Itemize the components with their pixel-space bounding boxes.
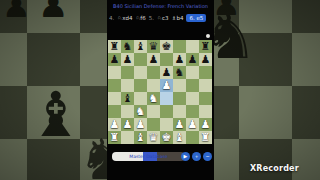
square-d3[interactable] [147,105,160,118]
white-pawn: ♟ [186,118,199,131]
square-b1[interactable] [121,131,134,144]
square-f7[interactable]: ♟ [173,53,186,66]
play-button[interactable]: ▶ [181,152,190,161]
square-a7[interactable]: ♟ [108,53,121,66]
square-a3[interactable] [108,105,121,118]
white-king: ♚ [160,131,173,144]
move-token[interactable]: ♗b4 [172,15,184,21]
square-a6[interactable] [108,66,121,79]
square-d6[interactable] [147,66,160,79]
square-d5[interactable] [147,79,160,92]
black-rook: ♜ [108,40,121,53]
square-g7[interactable]: ♟ [186,53,199,66]
square-e2[interactable] [160,118,173,131]
black-pawn: ♟ [199,53,212,66]
square-h5[interactable] [199,79,212,92]
move-list: 4.♘xd4♘f65.♘c3♗b46. e5 [109,13,212,23]
square-c5[interactable] [134,79,147,92]
move-number: 4. [109,15,114,21]
add-button[interactable]: ＋ [192,152,201,161]
playback-controls: ▶＋− [181,152,212,161]
board-menu-dot-icon[interactable] [206,34,210,38]
square-d1[interactable]: ♛ [147,131,160,144]
square-d8[interactable]: ♛ [147,40,160,53]
square-a8[interactable]: ♜ [108,40,121,53]
square-f2[interactable]: ♟ [173,118,186,131]
square-e3[interactable] [160,105,173,118]
white-queen: ♛ [147,131,160,144]
square-f3[interactable] [173,105,186,118]
square-c8[interactable]: ♝ [134,40,147,53]
square-h3[interactable] [199,105,212,118]
square-e5[interactable]: ♟ [160,79,173,92]
square-g6[interactable] [186,66,199,79]
square-d4[interactable]: ♞ [147,92,160,105]
screen-recording: ♟♟♝♞♞♟ B40 Sicilian Defense: French Vari… [0,0,320,180]
current-move-chip[interactable]: 6. e5 [186,14,206,22]
square-f8[interactable] [173,40,186,53]
move-token[interactable]: ♘c3 [157,15,168,21]
white-pawn: ♟ [108,118,121,131]
square-f5[interactable] [173,79,186,92]
white-knight: ♞ [147,92,160,105]
white-knight: ♞ [134,105,147,118]
black-rook: ♜ [199,40,212,53]
move-token[interactable]: ♘xd4 [117,15,132,21]
square-c4[interactable] [134,92,147,105]
black-bishop: ♝ [134,40,147,53]
white-bishop: ♝ [134,131,147,144]
white-pawn: ♟ [160,79,173,92]
square-c6[interactable] [134,66,147,79]
recorder-watermark: XRecorder [250,164,299,173]
square-b8[interactable]: ♞ [121,40,134,53]
remove-button[interactable]: − [203,152,212,161]
black-pawn: ♟ [108,53,121,66]
square-h6[interactable] [199,66,212,79]
square-a4[interactable] [108,92,121,105]
black-pawn: ♟ [186,53,199,66]
white-pawn: ♟ [134,118,147,131]
black-queen: ♛ [147,40,160,53]
square-g5[interactable] [186,79,199,92]
chess-board: ♜♞♝♛♚♜♟♟♟♟♟♟♟♞♟♝♞♞♟♟♟♟♟♟♜♝♛♚♝♜ [108,40,212,144]
square-e6[interactable]: ♟ [160,66,173,79]
square-g4[interactable] [186,92,199,105]
square-c2[interactable]: ♟ [134,118,147,131]
square-g3[interactable] [186,105,199,118]
square-b6[interactable] [121,66,134,79]
square-a2[interactable]: ♟ [108,118,121,131]
square-f6[interactable]: ♞ [173,66,186,79]
square-d7[interactable]: ♟ [147,53,160,66]
white-bishop: ♝ [173,131,186,144]
square-h7[interactable]: ♟ [199,53,212,66]
chess-app-screen: B40 Sicilian Defense: French Variation 4… [107,0,214,180]
square-c1[interactable]: ♝ [134,131,147,144]
black-bishop: ♝ [121,92,134,105]
square-d2[interactable] [147,118,160,131]
square-a5[interactable] [108,79,121,92]
black-knight: ♞ [173,66,186,79]
square-g1[interactable] [186,131,199,144]
square-e7[interactable] [160,53,173,66]
square-b2[interactable]: ♟ [121,118,134,131]
black-pawn: ♟ [173,53,186,66]
square-e1[interactable]: ♚ [160,131,173,144]
square-g8[interactable] [186,40,199,53]
black-pawn: ♟ [147,53,160,66]
square-e4[interactable] [160,92,173,105]
square-b7[interactable]: ♟ [121,53,134,66]
square-f4[interactable] [173,92,186,105]
black-king: ♚ [160,40,173,53]
white-pawn: ♟ [173,118,186,131]
white-pawn: ♟ [121,118,134,131]
black-pawn: ♟ [160,66,173,79]
square-c3[interactable]: ♞ [134,105,147,118]
square-h2[interactable]: ♟ [199,118,212,131]
black-knight: ♞ [121,40,134,53]
black-pawn: ♟ [121,53,134,66]
square-a1[interactable]: ♜ [108,131,121,144]
square-h8[interactable]: ♜ [199,40,212,53]
square-b4[interactable]: ♝ [121,92,134,105]
move-token[interactable]: ♘f6 [135,15,145,21]
opening-name-title: B40 Sicilian Defense: French Variation [107,3,214,9]
square-h4[interactable] [199,92,212,105]
white-rook: ♜ [199,131,212,144]
square-b5[interactable] [121,79,134,92]
white-pawn: ♟ [199,118,212,131]
win-rate-label: Master Database [112,152,185,161]
square-h1[interactable]: ♜ [199,131,212,144]
square-c7[interactable] [134,53,147,66]
square-b3[interactable] [121,105,134,118]
square-e8[interactable]: ♚ [160,40,173,53]
white-rook: ♜ [108,131,121,144]
square-g2[interactable]: ♟ [186,118,199,131]
win-rate-bar[interactable]: Master Database [112,152,185,161]
square-f1[interactable]: ♝ [173,131,186,144]
move-number: 5. [149,15,154,21]
